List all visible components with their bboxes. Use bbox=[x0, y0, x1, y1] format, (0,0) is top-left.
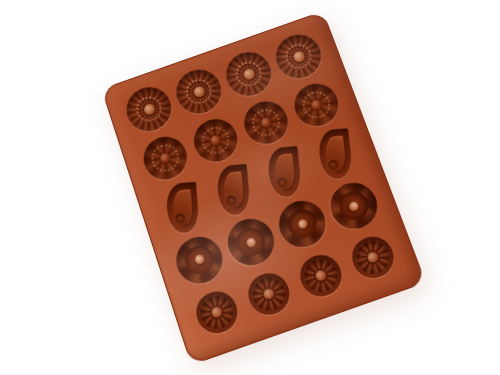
cavity-paisley bbox=[216, 165, 251, 217]
cavity-flower bbox=[188, 113, 243, 168]
cavity-flower bbox=[138, 131, 193, 186]
silicone-chocolate-mold bbox=[101, 11, 426, 366]
cavity-round-blossom bbox=[191, 286, 243, 339]
cavity-round-blossom bbox=[243, 268, 295, 321]
cavity-flower bbox=[239, 96, 294, 150]
mold-grid bbox=[116, 24, 409, 348]
cavity-flower bbox=[289, 78, 345, 132]
cavity-round-blossom bbox=[295, 249, 347, 301]
cavity-paisley bbox=[165, 182, 199, 234]
cavity-paisley bbox=[317, 129, 353, 181]
cavity-round-blossom bbox=[347, 231, 400, 283]
cavity-paisley bbox=[266, 147, 302, 199]
product-photo-stage bbox=[0, 0, 500, 375]
